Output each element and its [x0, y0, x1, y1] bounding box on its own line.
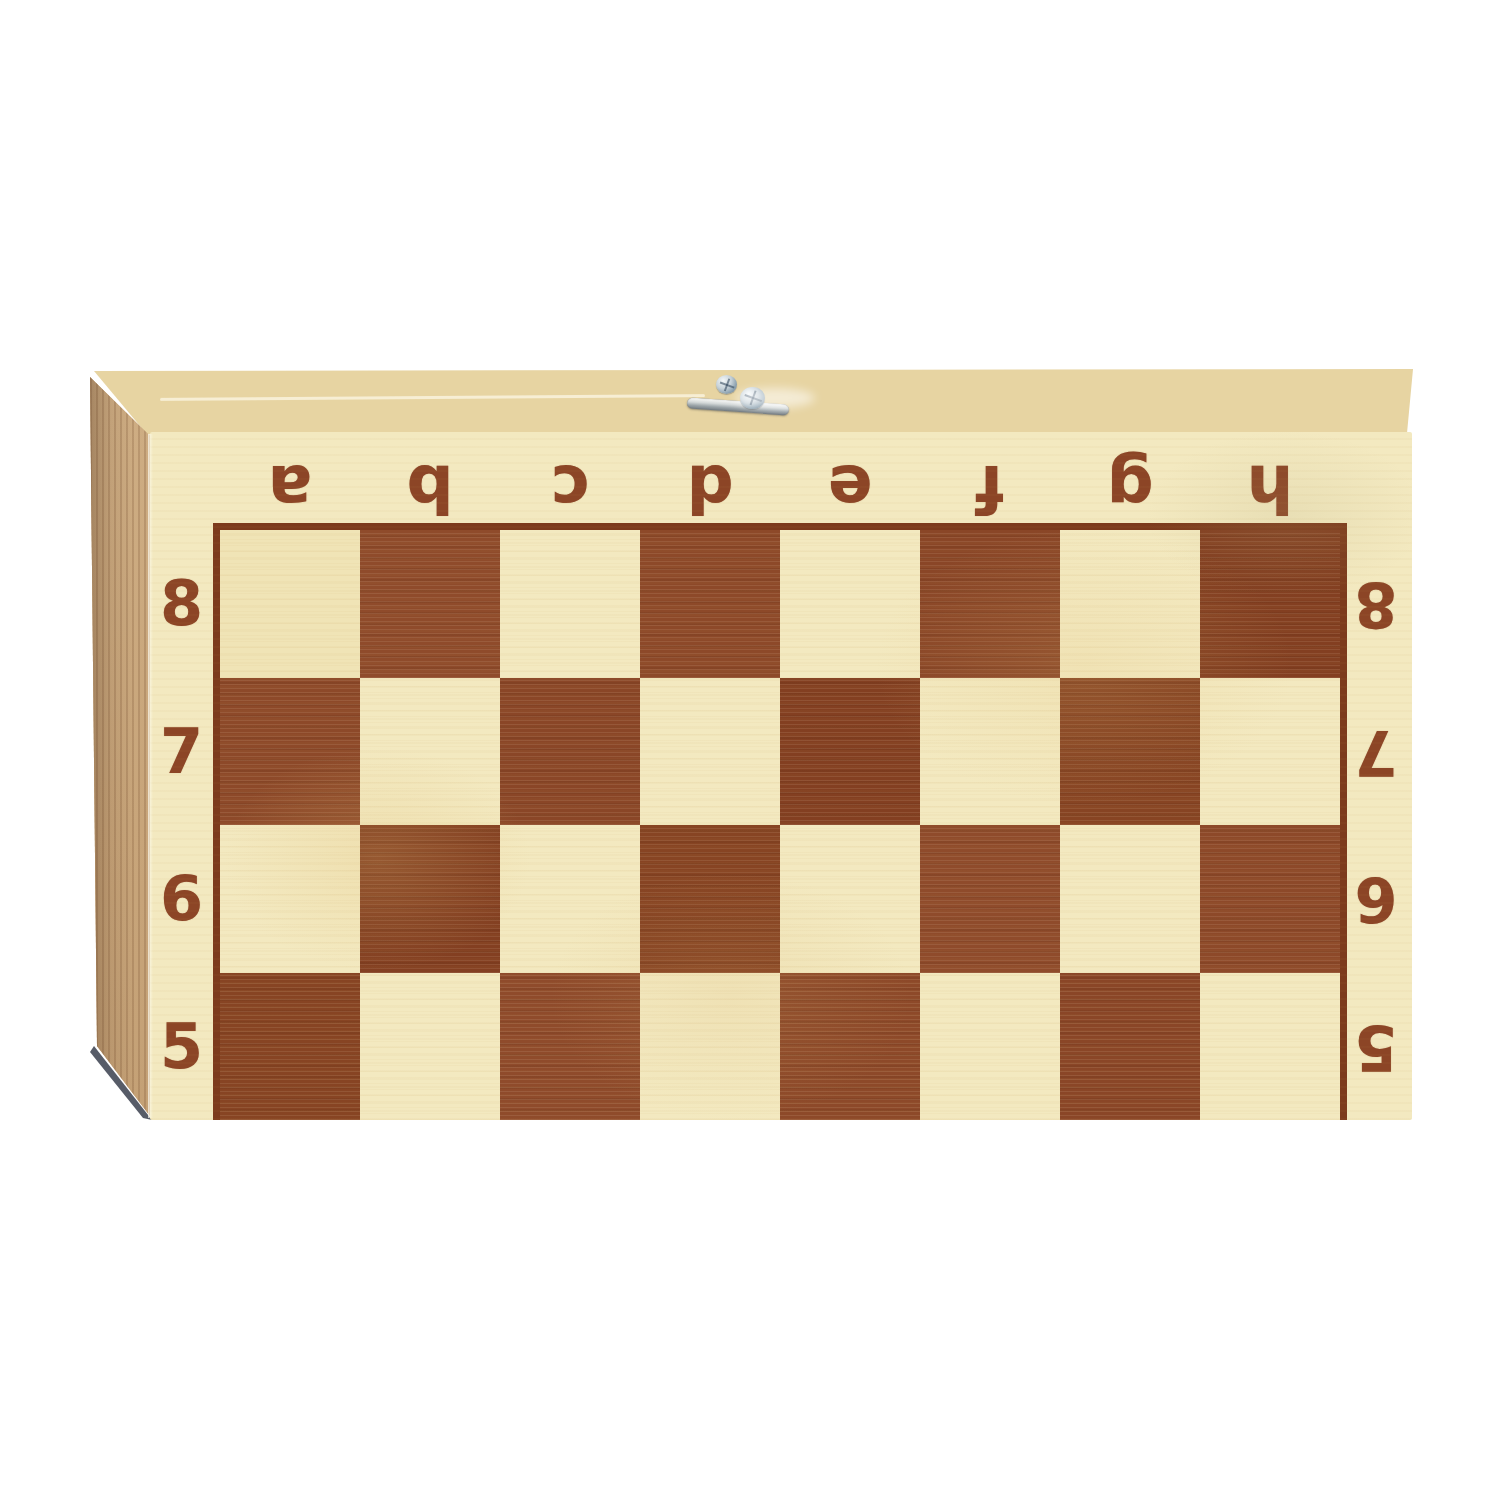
square-f6	[920, 825, 1060, 973]
square-f8	[920, 530, 1060, 678]
chessboard-face: abcdefgh 8765 8765	[150, 432, 1412, 1120]
square-d6	[640, 825, 780, 973]
files-row: abcdefgh	[220, 446, 1340, 532]
ranks-right-column: 8765	[1340, 530, 1412, 1120]
square-a5	[220, 973, 360, 1121]
square-h6	[1200, 825, 1340, 973]
square-f7	[920, 678, 1060, 826]
face-edge-highlight	[148, 434, 153, 1118]
file-label-c: c	[500, 446, 640, 532]
square-e6	[780, 825, 920, 973]
square-e7	[780, 678, 920, 826]
rank-label-left-8: 8	[150, 530, 213, 678]
square-g6	[1060, 825, 1200, 973]
square-h8	[1200, 530, 1340, 678]
latch-screw-icon	[716, 375, 737, 394]
file-label-e: e	[780, 446, 920, 532]
square-a6	[220, 825, 360, 973]
square-h7	[1200, 678, 1340, 826]
square-c5	[500, 973, 640, 1121]
square-f5	[920, 973, 1060, 1121]
rank-label-right-7: 7	[1340, 678, 1412, 826]
square-b6	[360, 825, 500, 973]
square-h5	[1200, 973, 1340, 1121]
file-label-f: f	[920, 446, 1060, 532]
square-d7	[640, 678, 780, 826]
square-b5	[360, 973, 500, 1121]
product-photo-chess-box: abcdefgh 8765 8765	[0, 0, 1500, 1500]
rank-label-left-6: 6	[150, 825, 213, 973]
square-c7	[500, 678, 640, 826]
square-a8	[220, 530, 360, 678]
square-a7	[220, 678, 360, 826]
square-d5	[640, 973, 780, 1121]
ranks-left-column: 8765	[150, 530, 213, 1120]
rank-label-right-5: 5	[1340, 973, 1412, 1121]
plastic-wrap-glare	[735, 388, 815, 408]
rank-label-right-6: 6	[1340, 825, 1412, 973]
chessboard-grid	[213, 523, 1347, 1120]
file-label-d: d	[640, 446, 780, 532]
rank-label-left-5: 5	[150, 973, 213, 1121]
file-label-a: a	[220, 446, 360, 532]
file-label-g: g	[1060, 446, 1200, 532]
square-c8	[500, 530, 640, 678]
square-d8	[640, 530, 780, 678]
file-label-b: b	[360, 446, 500, 532]
rank-label-right-8: 8	[1340, 530, 1412, 678]
square-g5	[1060, 973, 1200, 1121]
file-label-h: h	[1200, 446, 1340, 532]
rank-label-left-7: 7	[150, 678, 213, 826]
square-g8	[1060, 530, 1200, 678]
square-b8	[360, 530, 500, 678]
square-g7	[1060, 678, 1200, 826]
square-b7	[360, 678, 500, 826]
square-c6	[500, 825, 640, 973]
square-e5	[780, 973, 920, 1121]
square-e8	[780, 530, 920, 678]
